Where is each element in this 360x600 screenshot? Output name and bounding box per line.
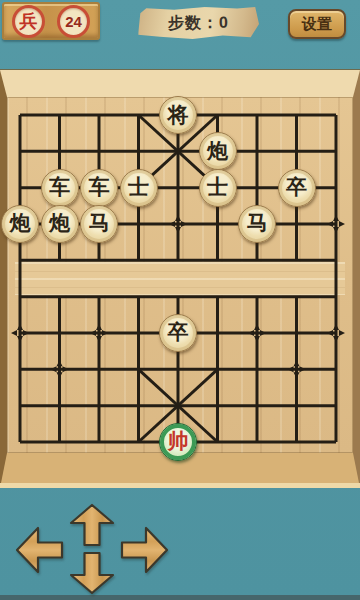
piece-char: 卒 (286, 177, 307, 198)
piece-将-c4r0: 将 (159, 96, 197, 134)
piece-车-c2r2: 车 (80, 169, 118, 207)
piece-char: 炮 (10, 213, 31, 234)
piece-char: 炮 (49, 213, 70, 234)
piece-士-c3r2: 士 (120, 169, 158, 207)
piece-char: 车 (89, 177, 110, 198)
dpad-down-button[interactable] (71, 553, 113, 593)
piece-炮-c5r1: 炮 (199, 132, 237, 170)
piece-char: 士 (207, 177, 228, 198)
screen-bottom-shade (0, 595, 360, 600)
piece-char: 卒 (168, 322, 189, 343)
piece-马-c2r3: 马 (80, 205, 118, 243)
dpad (10, 500, 180, 600)
piece-车-c1r2: 车 (41, 169, 79, 207)
piece-char: 将 (168, 105, 189, 126)
piece-卒-c4r6: 卒 (159, 314, 197, 352)
piece-炮-c1r3: 炮 (41, 205, 79, 243)
app-root: 兵 24 步数：0 设置 将炮车车士士卒炮炮马马卒帅 (0, 0, 360, 600)
piece-士-c5r2: 士 (199, 169, 237, 207)
piece-炮-c0r3: 炮 (1, 205, 39, 243)
piece-帅-c4r9[interactable]: 帅 (159, 423, 197, 461)
dpad-up-button[interactable] (71, 505, 113, 545)
dpad-left-button[interactable] (17, 528, 62, 572)
piece-char: 炮 (207, 141, 228, 162)
dpad-right-button[interactable] (122, 528, 167, 572)
piece-马-c6r3: 马 (238, 205, 276, 243)
piece-char: 帅 (168, 431, 189, 452)
piece-char: 马 (247, 213, 268, 234)
piece-char: 马 (89, 213, 110, 234)
piece-卒-c7r2: 卒 (278, 169, 316, 207)
piece-char: 车 (49, 177, 70, 198)
piece-char: 士 (128, 177, 149, 198)
